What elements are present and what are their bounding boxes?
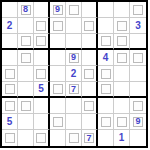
cell-r7c4[interactable] [50, 98, 66, 114]
cell-r3c5[interactable] [66, 34, 82, 50]
cell-r8c1: 5 [2, 114, 18, 130]
cell-r2c4[interactable] [50, 18, 66, 34]
marker-square[interactable] [69, 133, 79, 143]
cell-r4c9[interactable] [130, 50, 146, 66]
cell-r6c7[interactable] [98, 82, 114, 98]
cell-r1c1[interactable] [2, 2, 18, 18]
marker-square[interactable] [84, 101, 94, 111]
cell-r6c8[interactable] [114, 82, 130, 98]
marker-square[interactable] [21, 36, 31, 46]
cell-r5c2[interactable] [18, 66, 34, 82]
given-digit: 2 [71, 69, 77, 79]
cell-r5c4[interactable] [50, 66, 66, 82]
cell-r7c2[interactable] [18, 98, 34, 114]
cell-r7c3[interactable] [34, 98, 50, 114]
cell-r8c8[interactable] [114, 114, 130, 130]
marker-square[interactable] [53, 21, 63, 31]
marker-square[interactable] [101, 117, 111, 127]
cell-r8c2[interactable] [18, 114, 34, 130]
marker-square[interactable] [53, 117, 63, 127]
cell-r5c9[interactable] [130, 66, 146, 82]
marker-square[interactable] [133, 5, 143, 15]
cell-r3c3[interactable] [34, 34, 50, 50]
marker-square-with-digit[interactable]: 9 [69, 53, 79, 63]
cell-r7c1[interactable] [2, 98, 18, 114]
cell-r6c2[interactable] [18, 82, 34, 98]
given-digit: 3 [135, 21, 141, 31]
cell-r5c8[interactable] [114, 66, 130, 82]
cell-r9c2[interactable] [18, 130, 34, 146]
cell-r4c6[interactable] [82, 50, 98, 66]
cell-r3c8[interactable] [114, 34, 130, 50]
cell-r6c4[interactable] [50, 82, 66, 98]
cell-r2c8[interactable] [114, 18, 130, 34]
cell-r3c6[interactable] [82, 34, 98, 50]
cell-r5c5: 2 [66, 66, 82, 82]
cell-r9c6[interactable]: 7 [82, 130, 98, 146]
cell-r9c3[interactable] [34, 130, 50, 146]
marker-square[interactable] [36, 21, 46, 31]
marker-square-with-digit[interactable]: 7 [69, 84, 79, 94]
cell-r8c5[interactable] [66, 114, 82, 130]
marker-square[interactable] [36, 133, 46, 143]
cell-r8c4[interactable] [50, 114, 66, 130]
cell-r6c1[interactable] [2, 82, 18, 98]
cell-r1c2[interactable]: 8 [18, 2, 34, 18]
given-digit: 5 [38, 84, 44, 94]
cell-r4c8[interactable] [114, 50, 130, 66]
cell-r9c1[interactable] [2, 130, 18, 146]
cell-r4c3[interactable] [34, 50, 50, 66]
cell-r5c1[interactable] [2, 66, 18, 82]
cell-r7c5[interactable] [66, 98, 82, 114]
marker-square[interactable] [53, 84, 63, 94]
cell-r2c1: 2 [2, 18, 18, 34]
cell-r2c7[interactable] [98, 18, 114, 34]
marker-square[interactable] [5, 133, 15, 143]
cell-r3c7[interactable] [98, 34, 114, 50]
marker-square[interactable] [117, 53, 127, 63]
cell-r5c6[interactable] [82, 66, 98, 82]
marker-square[interactable] [84, 21, 94, 31]
marker-square[interactable] [36, 36, 46, 46]
cell-r6c9[interactable] [130, 82, 146, 98]
cell-r2c2[interactable] [18, 18, 34, 34]
cell-r4c1[interactable] [2, 50, 18, 66]
marker-square[interactable] [5, 69, 15, 79]
cell-r9c4[interactable] [50, 130, 66, 146]
cell-r1c6[interactable] [82, 2, 98, 18]
cell-r9c7[interactable] [98, 130, 114, 146]
marker-square[interactable] [101, 36, 111, 46]
cell-r9c8: 1 [114, 130, 130, 146]
cell-r3c9[interactable] [130, 34, 146, 50]
cell-r9c9[interactable] [130, 130, 146, 146]
sudoku-board: 8923942575971 [0, 0, 148, 148]
given-digit: 1 [119, 133, 125, 143]
cell-r6c6[interactable] [82, 82, 98, 98]
marker-square[interactable] [117, 21, 127, 31]
cell-r1c9[interactable] [130, 2, 146, 18]
marker-square-with-digit[interactable]: 9 [133, 117, 143, 127]
marker-square[interactable] [69, 5, 79, 15]
cell-r3c1[interactable] [2, 34, 18, 50]
cell-r7c8[interactable] [114, 98, 130, 114]
marker-square[interactable] [21, 101, 31, 111]
cell-r7c6[interactable] [82, 98, 98, 114]
marker-square[interactable] [133, 101, 143, 111]
cell-r1c7[interactable] [98, 2, 114, 18]
cell-r4c4[interactable] [50, 50, 66, 66]
cell-r2c6[interactable] [82, 18, 98, 34]
cell-r8c6[interactable] [82, 114, 98, 130]
cell-r1c3[interactable] [34, 2, 50, 18]
cell-r4c5[interactable]: 9 [66, 50, 82, 66]
marker-square[interactable] [117, 117, 127, 127]
cell-r3c4[interactable] [50, 34, 66, 50]
cell-r2c5[interactable] [66, 18, 82, 34]
marker-square[interactable] [5, 84, 15, 94]
cell-r7c7[interactable] [98, 98, 114, 114]
marker-square-with-digit[interactable]: 8 [21, 5, 31, 15]
cell-r6c5[interactable]: 7 [66, 82, 82, 98]
marker-square[interactable] [21, 53, 31, 63]
cell-r1c5[interactable] [66, 2, 82, 18]
cell-r6c3: 5 [34, 82, 50, 98]
cell-r2c3[interactable] [34, 18, 50, 34]
cell-r8c9[interactable]: 9 [130, 114, 146, 130]
marker-square[interactable] [5, 101, 15, 111]
cell-r1c4[interactable]: 9 [50, 2, 66, 18]
cell-r8c3[interactable] [34, 114, 50, 130]
marker-square[interactable] [84, 69, 94, 79]
given-digit: 5 [7, 117, 13, 127]
marker-square[interactable] [133, 53, 143, 63]
marker-square-with-digit[interactable]: 7 [84, 133, 94, 143]
cell-r9c5[interactable] [66, 130, 82, 146]
cell-r4c2[interactable] [18, 50, 34, 66]
cell-r5c7[interactable] [98, 66, 114, 82]
cell-r5c3[interactable] [34, 66, 50, 82]
cell-r3c2[interactable] [18, 34, 34, 50]
cell-r2c9: 3 [130, 18, 146, 34]
given-digit: 4 [103, 53, 109, 63]
marker-square-with-digit[interactable]: 9 [53, 5, 63, 15]
marker-square[interactable] [117, 36, 127, 46]
marker-square[interactable] [101, 84, 111, 94]
cell-r4c7: 4 [98, 50, 114, 66]
marker-square[interactable] [36, 69, 46, 79]
given-digit: 2 [7, 21, 13, 31]
cell-r7c9[interactable] [130, 98, 146, 114]
cell-r8c7[interactable] [98, 114, 114, 130]
marker-square[interactable] [101, 69, 111, 79]
cell-r1c8[interactable] [114, 2, 130, 18]
